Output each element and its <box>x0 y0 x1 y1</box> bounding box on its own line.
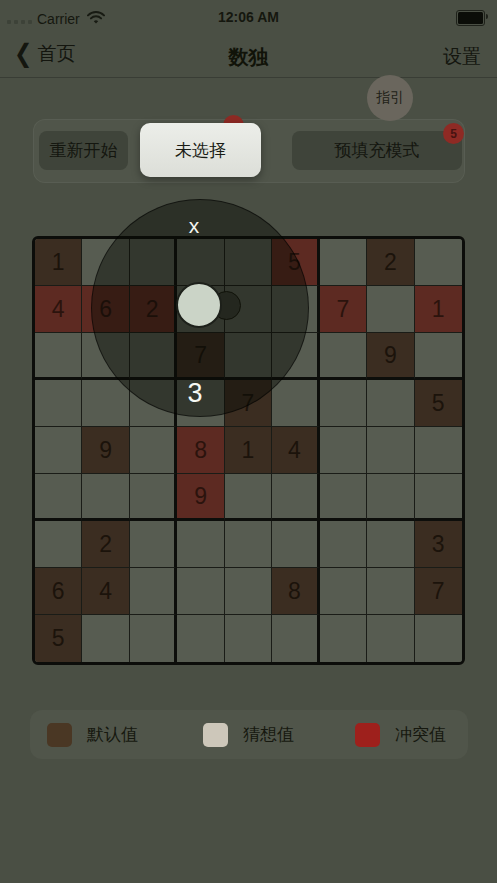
sudoku-cell[interactable] <box>320 615 367 662</box>
sudoku-cell[interactable]: 2 <box>367 239 414 286</box>
sudoku-cell[interactable] <box>177 568 224 615</box>
sudoku-cell[interactable] <box>225 474 272 521</box>
sudoku-cell[interactable] <box>367 521 414 568</box>
page-title: 数独 <box>0 44 497 71</box>
battery-icon <box>456 10 485 26</box>
sudoku-cell[interactable] <box>272 521 319 568</box>
sudoku-cell[interactable] <box>415 474 462 521</box>
sudoku-cell[interactable]: 4 <box>35 286 82 333</box>
sudoku-cell[interactable] <box>130 474 177 521</box>
guess-value-swatch <box>203 723 228 747</box>
sudoku-cell[interactable] <box>177 615 224 662</box>
settings-button[interactable]: 设置 <box>443 44 481 70</box>
sudoku-cell[interactable] <box>415 239 462 286</box>
picker-touch-knob[interactable] <box>176 282 222 328</box>
sudoku-cell[interactable] <box>367 568 414 615</box>
sudoku-cell[interactable]: 9 <box>367 333 414 380</box>
clock: 12:06 AM <box>0 9 497 25</box>
sudoku-cell[interactable] <box>82 380 129 427</box>
legend-item-guess: 猜想值 <box>203 710 294 759</box>
sudoku-cell[interactable] <box>225 615 272 662</box>
guide-button[interactable]: 指引 <box>367 75 413 121</box>
sudoku-cell[interactable]: 9 <box>177 474 224 521</box>
number-picker-overlay[interactable]: x 3 <box>91 199 309 417</box>
sudoku-cell[interactable] <box>320 333 367 380</box>
legend-label: 冲突值 <box>395 723 446 746</box>
sudoku-cell[interactable] <box>272 380 319 427</box>
sudoku-cell[interactable] <box>35 474 82 521</box>
sudoku-cell[interactable] <box>225 568 272 615</box>
sudoku-cell[interactable]: 4 <box>272 427 319 474</box>
legend-item-conflict: 冲突值 <box>355 710 446 759</box>
legend-label: 猜想值 <box>243 723 294 746</box>
sudoku-cell[interactable] <box>130 568 177 615</box>
sudoku-cell[interactable] <box>367 474 414 521</box>
sudoku-cell[interactable] <box>415 615 462 662</box>
conflict-value-swatch <box>355 723 380 747</box>
sudoku-cell[interactable]: 5 <box>35 615 82 662</box>
sudoku-cell[interactable] <box>320 380 367 427</box>
legend-item-default: 默认值 <box>47 710 138 759</box>
sudoku-cell[interactable] <box>320 239 367 286</box>
picker-clear-option[interactable]: x <box>189 215 200 236</box>
sudoku-cell[interactable] <box>130 427 177 474</box>
sudoku-cell[interactable]: 3 <box>415 521 462 568</box>
sudoku-cell[interactable] <box>35 521 82 568</box>
sudoku-cell[interactable]: 8 <box>272 568 319 615</box>
sudoku-cell[interactable] <box>367 615 414 662</box>
restart-button[interactable]: 重新开始 <box>39 131 128 170</box>
sudoku-cell[interactable] <box>272 615 319 662</box>
sudoku-cell[interactable] <box>82 615 129 662</box>
app-screen: Carrier 12:06 AM ❮ 首页 数独 设置 指引 重新开始 未选择 … <box>0 0 497 883</box>
sudoku-cell[interactable] <box>272 474 319 521</box>
sudoku-cell[interactable] <box>225 521 272 568</box>
sudoku-cell[interactable] <box>320 427 367 474</box>
sudoku-cell[interactable] <box>35 427 82 474</box>
status-bar: Carrier 12:06 AM <box>0 0 497 35</box>
sudoku-cell[interactable] <box>82 474 129 521</box>
sudoku-cell[interactable]: 5 <box>415 380 462 427</box>
default-value-swatch <box>47 723 72 747</box>
sudoku-cell[interactable] <box>320 521 367 568</box>
sudoku-cell[interactable] <box>130 615 177 662</box>
sudoku-cell[interactable]: 1 <box>35 239 82 286</box>
sudoku-cell[interactable]: 4 <box>82 568 129 615</box>
sudoku-cell[interactable]: 7 <box>415 568 462 615</box>
sudoku-cell[interactable]: 7 <box>320 286 367 333</box>
sudoku-cell[interactable] <box>415 427 462 474</box>
legend-label: 默认值 <box>87 723 138 746</box>
sudoku-cell[interactable]: 9 <box>82 427 129 474</box>
selection-button[interactable]: 未选择 <box>140 123 261 177</box>
sudoku-cell[interactable] <box>320 474 367 521</box>
sudoku-cell[interactable] <box>367 427 414 474</box>
legend: 默认值 猜想值 冲突值 <box>30 710 468 759</box>
sudoku-cell[interactable] <box>177 521 224 568</box>
sudoku-cell[interactable] <box>130 521 177 568</box>
sudoku-cell[interactable]: 1 <box>415 286 462 333</box>
sudoku-cell[interactable] <box>415 333 462 380</box>
sudoku-cell[interactable]: 6 <box>35 568 82 615</box>
prefill-badge: 5 <box>443 123 464 144</box>
sudoku-cell[interactable]: 1 <box>225 427 272 474</box>
prefill-mode-button[interactable]: 预填充模式 <box>292 131 462 170</box>
sudoku-cell[interactable] <box>367 380 414 427</box>
sudoku-cell[interactable] <box>35 333 82 380</box>
nav-bar: ❮ 首页 数独 设置 <box>0 35 497 78</box>
sudoku-cell[interactable]: 8 <box>177 427 224 474</box>
sudoku-cell[interactable] <box>35 380 82 427</box>
sudoku-cell[interactable] <box>367 286 414 333</box>
sudoku-cell[interactable] <box>320 568 367 615</box>
sudoku-cell[interactable]: 2 <box>82 521 129 568</box>
picker-value-option[interactable]: 3 <box>187 380 202 407</box>
